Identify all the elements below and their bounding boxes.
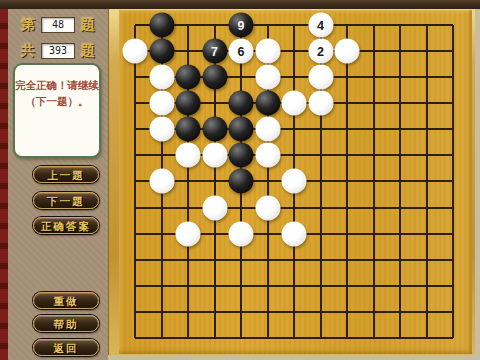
white-stone	[282, 169, 307, 194]
total-header: 共 393 題	[8, 42, 108, 60]
black-stone	[176, 91, 201, 116]
black-stone	[229, 169, 254, 194]
total-suffix-label: 題	[81, 42, 95, 60]
sidebar: 第 48 題 共 393 題 完全正确！请继续 （下一题）。 上一題 下一題 正…	[8, 9, 108, 360]
total-prefix-label: 共	[21, 42, 35, 60]
white-stone	[282, 91, 307, 116]
grid-line	[135, 337, 453, 339]
white-stone	[149, 117, 174, 142]
problem-number-field[interactable]: 48	[41, 17, 75, 33]
black-stone	[149, 13, 174, 38]
white-stone	[335, 39, 360, 64]
grid-line	[452, 25, 454, 338]
black-stone	[202, 65, 227, 90]
grid-line	[135, 285, 453, 287]
white-stone	[255, 65, 280, 90]
grid-line	[135, 311, 453, 313]
bottom-frame-strip	[108, 355, 480, 360]
board-frame: 94762	[108, 9, 480, 360]
white-stone	[308, 91, 333, 116]
grid-line	[399, 25, 401, 338]
problem-prefix-label: 第	[21, 16, 35, 34]
redo-button[interactable]: 重做	[33, 292, 99, 309]
total-number-field: 393	[41, 43, 75, 59]
white-stone	[255, 39, 280, 64]
white-stone	[149, 169, 174, 194]
white-stone	[123, 39, 148, 64]
white-stone	[202, 195, 227, 220]
black-stone	[229, 91, 254, 116]
black-stone	[229, 143, 254, 168]
white-stone	[176, 143, 201, 168]
app-window: 第 48 題 共 393 題 完全正确！请继续 （下一题）。 上一題 下一題 正…	[0, 0, 480, 360]
white-stone	[202, 143, 227, 168]
right-frame-strip	[475, 9, 480, 360]
grid-line	[135, 207, 453, 209]
black-stone	[229, 117, 254, 142]
white-stone-move-6: 6	[229, 39, 254, 64]
message-line1: 完全正确！请继续	[15, 77, 99, 93]
white-stone	[255, 117, 280, 142]
black-stone	[202, 117, 227, 142]
black-stone	[149, 39, 174, 64]
black-stone-move-7: 7	[202, 39, 227, 64]
white-stone	[255, 195, 280, 220]
problem-header: 第 48 題	[8, 16, 108, 34]
grid-line	[426, 25, 428, 338]
next-problem-button[interactable]: 下一題	[33, 192, 99, 209]
grid-line	[373, 25, 375, 338]
message-box: 完全正确！请继续 （下一题）。	[13, 63, 101, 158]
white-stone	[149, 65, 174, 90]
black-stone	[176, 65, 201, 90]
left-ornament-strip	[0, 9, 8, 360]
black-stone-move-9: 9	[229, 13, 254, 38]
back-button[interactable]: 返回	[33, 339, 99, 356]
grid-line	[346, 25, 348, 338]
black-stone	[176, 117, 201, 142]
go-board[interactable]: 94762	[119, 10, 472, 354]
correct-answer-button[interactable]: 正确答案	[33, 217, 99, 234]
white-stone-move-4: 4	[308, 13, 333, 38]
black-stone	[255, 91, 280, 116]
white-stone	[255, 143, 280, 168]
problem-suffix-label: 題	[81, 16, 95, 34]
help-button[interactable]: 帮助	[33, 315, 99, 332]
white-stone	[308, 65, 333, 90]
white-stone	[176, 221, 201, 246]
grid-line	[135, 259, 453, 261]
prev-problem-button[interactable]: 上一題	[33, 166, 99, 183]
white-stone	[149, 91, 174, 116]
message-line2: （下一题）。	[15, 93, 99, 109]
white-stone-move-2: 2	[308, 39, 333, 64]
white-stone	[229, 221, 254, 246]
white-stone	[282, 221, 307, 246]
